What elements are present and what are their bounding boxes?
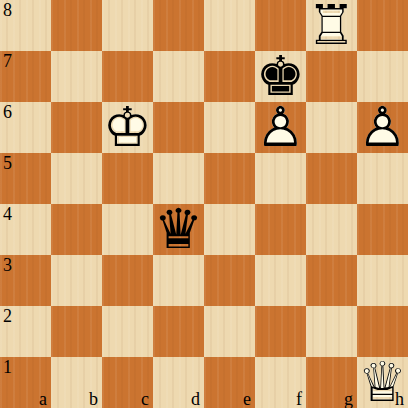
square-f4[interactable]: [255, 204, 306, 255]
square-a2[interactable]: 2: [0, 306, 51, 357]
square-b5[interactable]: [51, 153, 102, 204]
chess-board: 8♜♖7♚6♚♔♟♙♟♙54♛321abcdefgh♛♕: [0, 0, 408, 408]
square-g5[interactable]: [306, 153, 357, 204]
file-label-d: d: [191, 390, 200, 408]
square-a1[interactable]: 1a: [0, 357, 51, 408]
square-h6[interactable]: ♟♙: [357, 102, 408, 153]
square-a7[interactable]: 7: [0, 51, 51, 102]
square-h3[interactable]: [357, 255, 408, 306]
square-a5[interactable]: 5: [0, 153, 51, 204]
file-label-g: g: [344, 390, 353, 408]
square-c8[interactable]: [102, 0, 153, 51]
square-d1[interactable]: d: [153, 357, 204, 408]
square-c4[interactable]: [102, 204, 153, 255]
square-h5[interactable]: [357, 153, 408, 204]
rank-label-6: 6: [3, 102, 12, 123]
square-d2[interactable]: [153, 306, 204, 357]
file-label-f: f: [296, 390, 302, 408]
square-f1[interactable]: f: [255, 357, 306, 408]
white-pawn-outline-glyph: ♙: [255, 102, 306, 153]
rank-label-8: 8: [3, 0, 12, 21]
square-a3[interactable]: 3: [0, 255, 51, 306]
square-e7[interactable]: [204, 51, 255, 102]
square-c2[interactable]: [102, 306, 153, 357]
square-b4[interactable]: [51, 204, 102, 255]
white-pawn-outline-glyph: ♙: [357, 102, 408, 153]
square-c1[interactable]: c: [102, 357, 153, 408]
square-f5[interactable]: [255, 153, 306, 204]
white-pawn-f6[interactable]: ♟♙: [255, 102, 306, 153]
square-f6[interactable]: ♟♙: [255, 102, 306, 153]
square-d3[interactable]: [153, 255, 204, 306]
square-f3[interactable]: [255, 255, 306, 306]
square-a8[interactable]: 8: [0, 0, 51, 51]
rank-label-1: 1: [3, 357, 12, 378]
square-e3[interactable]: [204, 255, 255, 306]
square-c5[interactable]: [102, 153, 153, 204]
square-b7[interactable]: [51, 51, 102, 102]
file-label-e: e: [243, 390, 251, 408]
square-g1[interactable]: g: [306, 357, 357, 408]
square-f2[interactable]: [255, 306, 306, 357]
square-g6[interactable]: [306, 102, 357, 153]
square-a4[interactable]: 4: [0, 204, 51, 255]
square-g8[interactable]: ♜♖: [306, 0, 357, 51]
square-h4[interactable]: [357, 204, 408, 255]
square-d8[interactable]: [153, 0, 204, 51]
square-a6[interactable]: 6: [0, 102, 51, 153]
square-g3[interactable]: [306, 255, 357, 306]
file-label-a: a: [39, 390, 47, 408]
rank-label-2: 2: [3, 306, 12, 327]
file-label-h: h: [395, 390, 404, 408]
white-pawn-h6[interactable]: ♟♙: [357, 102, 408, 153]
square-e8[interactable]: [204, 0, 255, 51]
file-label-b: b: [89, 390, 98, 408]
white-king-c6[interactable]: ♚♔: [102, 102, 153, 153]
square-d6[interactable]: [153, 102, 204, 153]
square-d4[interactable]: ♛: [153, 204, 204, 255]
square-b2[interactable]: [51, 306, 102, 357]
square-e4[interactable]: [204, 204, 255, 255]
rank-label-3: 3: [3, 255, 12, 276]
rank-label-7: 7: [3, 51, 12, 72]
white-king-outline-glyph: ♔: [102, 102, 153, 153]
file-label-c: c: [141, 390, 149, 408]
square-b8[interactable]: [51, 0, 102, 51]
rank-label-5: 5: [3, 153, 12, 174]
square-h1[interactable]: h♛♕: [357, 357, 408, 408]
square-b1[interactable]: b: [51, 357, 102, 408]
square-c6[interactable]: ♚♔: [102, 102, 153, 153]
square-d7[interactable]: [153, 51, 204, 102]
white-rook-outline-glyph: ♖: [306, 0, 357, 51]
white-rook-g8[interactable]: ♜♖: [306, 0, 357, 51]
rank-label-4: 4: [3, 204, 12, 225]
black-queen-d4[interactable]: ♛: [153, 204, 204, 255]
square-b6[interactable]: [51, 102, 102, 153]
square-e5[interactable]: [204, 153, 255, 204]
square-g4[interactable]: [306, 204, 357, 255]
square-g7[interactable]: [306, 51, 357, 102]
square-g2[interactable]: [306, 306, 357, 357]
square-e6[interactable]: [204, 102, 255, 153]
square-h8[interactable]: [357, 0, 408, 51]
black-queen-glyph: ♛: [153, 204, 204, 255]
square-e2[interactable]: [204, 306, 255, 357]
square-e1[interactable]: e: [204, 357, 255, 408]
square-c3[interactable]: [102, 255, 153, 306]
square-b3[interactable]: [51, 255, 102, 306]
